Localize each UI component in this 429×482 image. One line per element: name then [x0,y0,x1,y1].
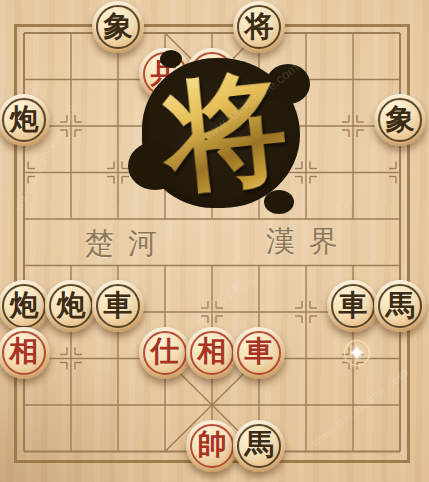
red-elephant-piece[interactable]: 相 [186,327,238,379]
river-label-right: 漢界 [266,222,352,262]
black-elephant-piece[interactable]: 象 [374,94,426,146]
piece-character: 兵 [198,58,227,87]
piece-character: 象 [104,12,133,41]
black-horse-piece[interactable]: 馬 [374,280,426,332]
piece-character: 相 [10,337,39,366]
piece-character: 炮 [10,291,39,320]
black-elephant-piece[interactable]: 象 [92,1,144,53]
piece-character: 車 [245,337,274,366]
xiangqi-board[interactable]: 楚河 漢界 象将兵兵炮象炮炮車車馬相仕相車帥馬 ✦ 将 www.hackhome… [0,0,429,482]
piece-character: 帥 [198,430,227,459]
black-chariot-piece[interactable]: 車 [92,280,144,332]
piece-character: 馬 [386,291,415,320]
red-soldier-piece[interactable]: 兵 [139,48,191,100]
red-soldier-piece[interactable]: 兵 [186,48,238,100]
black-cannon-piece[interactable]: 炮 [0,280,50,332]
piece-character: 炮 [57,291,86,320]
black-general-piece[interactable]: 将 [233,1,285,53]
piece-character: 相 [198,337,227,366]
red-advisor-piece[interactable]: 仕 [139,327,191,379]
black-chariot-piece[interactable]: 車 [327,280,379,332]
red-chariot-piece[interactable]: 車 [233,327,285,379]
piece-character: 象 [386,105,415,134]
river-label-left: 楚河 [85,224,171,264]
piece-character: 馬 [245,430,274,459]
piece-character: 車 [339,291,368,320]
piece-character: 車 [104,291,133,320]
black-cannon-piece[interactable]: 炮 [45,280,97,332]
piece-character: 将 [245,12,274,41]
red-general-piece[interactable]: 帥 [186,420,238,472]
piece-character: 兵 [151,58,180,87]
black-cannon-piece[interactable]: 炮 [0,94,50,146]
black-horse-piece[interactable]: 馬 [233,420,285,472]
piece-character: 仕 [151,337,180,366]
red-elephant-piece[interactable]: 相 [0,327,50,379]
piece-character: 炮 [10,105,39,134]
